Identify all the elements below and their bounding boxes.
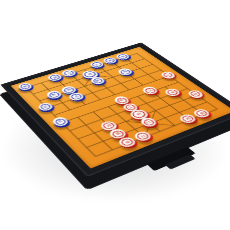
piece-blue: 車 xyxy=(16,82,36,92)
xiangqi-product-photo: 車象士士馬車將馬砲象砲卒卒兵卒炮兵兵炮相帥俥傌仕俥仕相傌 xyxy=(0,0,230,230)
piece-blue: 象 xyxy=(89,77,109,87)
piece-layer: 車象士士馬車將馬砲象砲卒卒兵卒炮兵兵炮相帥俥傌仕俥仕相傌 xyxy=(11,47,230,169)
piece-red: 兵 xyxy=(160,71,180,81)
piece-red: 仕 xyxy=(139,117,161,130)
board-plane: 車象士士馬車將馬砲象砲卒卒兵卒炮兵兵炮相帥俥傌仕俥仕相傌 xyxy=(0,42,230,177)
piece-red: 兵 xyxy=(141,86,162,97)
board-surface: 車象士士馬車將馬砲象砲卒卒兵卒炮兵兵炮相帥俥傌仕俥仕相傌 xyxy=(11,47,230,169)
piece-blue: 卒 xyxy=(51,117,73,130)
xiangqi-board: 車象士士馬車將馬砲象砲卒卒兵卒炮兵兵炮相帥俥傌仕俥仕相傌 xyxy=(30,9,208,187)
piece-blue: 卒 xyxy=(36,102,57,114)
board-case: 車象士士馬車將馬砲象砲卒卒兵卒炮兵兵炮相帥俥傌仕俥仕相傌 xyxy=(0,42,230,177)
piece-red: 俥 xyxy=(187,90,208,101)
piece-red: 炮 xyxy=(164,88,185,99)
piece-blue: 卒 xyxy=(67,92,87,103)
piece-blue: 砲 xyxy=(117,68,136,78)
